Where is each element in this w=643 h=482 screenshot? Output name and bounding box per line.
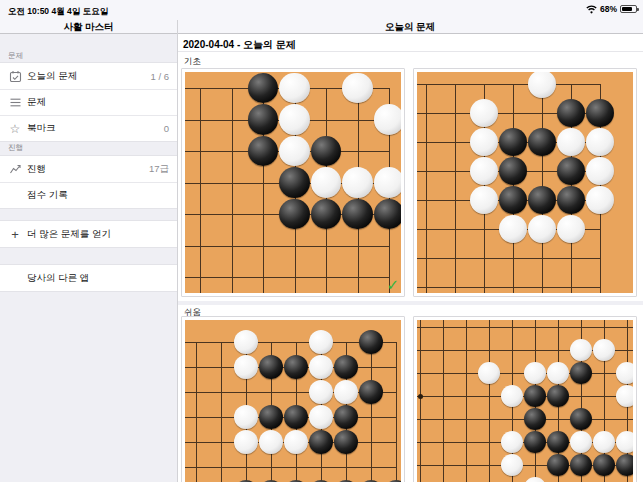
grid-line-v: [426, 84, 427, 293]
go-stone-white: [309, 380, 334, 405]
sidebar-item-todays-problems[interactable]: 오늘의 문제 1 / 6: [0, 63, 177, 89]
sidebar-group-problems: 오늘의 문제 1 / 6 문제 ☆ 북마크 0: [0, 62, 177, 142]
sidebar-item-label: 당사의 다른 앱: [27, 272, 89, 285]
go-stone-white: [586, 186, 614, 214]
go-stone-black: [547, 431, 570, 454]
go-stone-white: [309, 330, 334, 355]
go-stone-white: [570, 431, 593, 454]
go-board-basic-2[interactable]: [417, 72, 633, 293]
grid-line-v: [200, 88, 201, 293]
go-stone-white: [501, 431, 524, 454]
problem-card-easy-1[interactable]: [181, 316, 405, 482]
sidebar-item-label: 북마크: [27, 122, 56, 135]
hoshi-point: [418, 394, 423, 399]
sidebar-item-label: 오늘의 문제: [27, 70, 77, 83]
go-board-basic-1[interactable]: ✓: [185, 72, 401, 293]
sidebar-section-progress: 진행: [8, 143, 23, 153]
go-stone-white: [501, 454, 524, 477]
go-stone-white: [279, 73, 310, 104]
sidebar-item-label: 문제: [27, 96, 46, 109]
no-icon-spacer: [8, 272, 22, 285]
go-stone-black: [570, 408, 593, 431]
star-icon: ☆: [8, 122, 22, 135]
grid-line-v: [371, 342, 372, 482]
go-stone-white: [309, 405, 334, 430]
go-stone-white: [499, 215, 527, 243]
sidebar-item-progress[interactable]: 진행 17급: [0, 156, 177, 182]
go-stone-white: [279, 104, 310, 135]
sidebar-section-problems: 문제: [8, 51, 23, 61]
go-stone-black: [334, 355, 359, 380]
go-stone-black: [528, 128, 556, 156]
go-stone-black: [342, 199, 373, 230]
grid-line-v: [455, 84, 456, 293]
grid-line-h: [417, 327, 633, 328]
go-stone-black: [311, 199, 342, 230]
sidebar-item-score-history[interactable]: 점수 기록: [0, 182, 177, 208]
go-stone-white: [557, 215, 585, 243]
go-stone-white: [524, 477, 547, 482]
go-stone-white: [586, 157, 614, 185]
go-stone-black: [279, 199, 310, 230]
grid-line-v: [443, 320, 444, 482]
go-board-easy-2[interactable]: [417, 320, 633, 482]
go-stone-black: [499, 128, 527, 156]
sidebar-group-progress: 진행 17급 점수 기록: [0, 155, 177, 209]
go-stone-black: [547, 454, 570, 477]
go-stone-black: [334, 405, 359, 430]
grid-line-v: [196, 342, 197, 482]
go-stone-white: [524, 362, 547, 385]
go-stone-black: [279, 167, 310, 198]
go-stone-white: [470, 186, 498, 214]
go-stone-white: [342, 167, 373, 198]
go-stone-black: [359, 380, 384, 405]
go-stone-black: [374, 199, 401, 230]
go-stone-white: [616, 385, 633, 408]
go-stone-black: [334, 430, 359, 455]
status-time-date: 오전 10:50 4월 4일 토요일: [8, 6, 108, 18]
sidebar-item-label: 점수 기록: [27, 189, 68, 202]
app-screen: { "status_bar": { "time_date": "오전 10:50…: [0, 0, 643, 482]
go-stone-white: [470, 157, 498, 185]
go-stone-white: [259, 430, 284, 455]
go-stone-black: [547, 385, 570, 408]
go-stone-white: [557, 128, 585, 156]
go-stone-black: [259, 405, 284, 430]
problem-card-easy-2[interactable]: [413, 316, 637, 482]
grid-line-h: [185, 467, 397, 468]
grid-line-v: [221, 342, 222, 482]
grid-line-v: [232, 88, 233, 293]
list-icon: [8, 96, 22, 109]
go-stone-white: [593, 431, 616, 454]
chart-icon: [8, 163, 22, 176]
calendar-check-icon: [8, 70, 22, 83]
sidebar-group-more: + 더 많은 문제를 얻기: [0, 220, 177, 248]
go-stone-black: [499, 157, 527, 185]
go-stone-black: [248, 136, 279, 167]
go-stone-white: [311, 167, 342, 198]
sidebar-item-label: 진행: [27, 163, 46, 176]
date-header-bar: 2020-04-04 - 오늘의 문제: [178, 34, 643, 52]
sidebar-item-label: 더 많은 문제를 얻기: [27, 228, 111, 241]
date-header: 2020-04-04 - 오늘의 문제: [183, 38, 296, 52]
grid-line-h: [185, 277, 390, 278]
grid-line-h: [417, 84, 601, 85]
go-stone-white: [616, 431, 633, 454]
go-stone-black: [284, 405, 309, 430]
go-stone-black: [359, 330, 384, 355]
go-stone-black: [570, 362, 593, 385]
go-stone-white: [501, 385, 524, 408]
go-stone-white: [279, 136, 310, 167]
go-stone-white: [616, 362, 633, 385]
go-stone-white: [334, 380, 359, 405]
go-stone-white: [342, 73, 373, 104]
go-stone-white: [528, 215, 556, 243]
go-stone-black: [557, 99, 585, 127]
go-stone-white: [374, 167, 401, 198]
go-board-easy-1[interactable]: [185, 320, 401, 482]
go-stone-white: [284, 430, 309, 455]
problem-card-basic-2[interactable]: [413, 68, 637, 297]
wifi-icon: [586, 5, 597, 14]
plus-icon: +: [8, 228, 22, 241]
battery-percent: 68%: [600, 4, 617, 14]
go-stone-black: [557, 186, 585, 214]
go-stone-white: [309, 355, 334, 380]
go-stone-white: [234, 355, 259, 380]
go-stone-black: [524, 408, 547, 431]
page-title: 오늘의 문제: [177, 21, 643, 34]
go-stone-black: [259, 355, 284, 380]
no-icon-spacer: [8, 189, 22, 202]
go-stone-black: [593, 454, 616, 477]
go-stone-black: [586, 99, 614, 127]
section-basic: 기초 ✓: [178, 52, 643, 301]
go-stone-black: [284, 355, 309, 380]
sidebar-group-other-apps: 당사의 다른 앱: [0, 264, 177, 292]
go-stone-white: [470, 128, 498, 156]
go-stone-black: [524, 385, 547, 408]
grid-line-v: [396, 342, 397, 482]
solved-checkmark-icon: ✓: [386, 276, 399, 293]
status-bar: 오전 10:50 4월 4일 토요일 68%: [0, 0, 643, 20]
sidebar-item-get-more-problems[interactable]: + 더 많은 문제를 얻기: [0, 221, 177, 247]
grid-line-h: [185, 246, 390, 247]
go-stone-white: [547, 362, 570, 385]
sidebar-item-count: 0: [164, 123, 169, 134]
navigation-bar: 사활 마스터 오늘의 문제: [0, 20, 643, 34]
go-stone-white: [593, 339, 616, 362]
go-stone-black: [570, 454, 593, 477]
go-stone-white: [470, 99, 498, 127]
grid-line-h: [417, 287, 601, 288]
grid-line-h: [417, 258, 601, 259]
go-stone-white: [586, 128, 614, 156]
section-basic-label: 기초: [184, 56, 201, 68]
go-stone-white: [570, 339, 593, 362]
go-stone-black: [311, 136, 342, 167]
go-stone-white: [528, 72, 556, 98]
section-easy: 쉬움: [178, 305, 643, 482]
go-stone-black: [528, 186, 556, 214]
go-stone-white: [374, 104, 401, 135]
problem-card-basic-1[interactable]: ✓: [181, 68, 405, 297]
sidebar-item-rank: 17급: [149, 163, 169, 176]
sidebar-title: 사활 마스터: [0, 21, 177, 34]
grid-line-v: [466, 320, 467, 482]
battery-icon: [620, 5, 637, 13]
go-stone-black: [248, 104, 279, 135]
go-stone-black: [499, 186, 527, 214]
go-stone-black: [557, 157, 585, 185]
go-stone-white: [234, 405, 259, 430]
go-stone-black: [616, 454, 633, 477]
go-stone-white: [234, 330, 259, 355]
go-stone-black: [248, 73, 279, 104]
sidebar-item-problems[interactable]: 문제: [0, 89, 177, 115]
sidebar-item-other-apps[interactable]: 당사의 다른 앱: [0, 265, 177, 291]
go-stone-white: [234, 430, 259, 455]
sidebar-item-bookmarks[interactable]: ☆ 북마크 0: [0, 115, 177, 141]
grid-line-v: [420, 320, 421, 482]
go-stone-black: [524, 431, 547, 454]
sidebar-item-count: 1 / 6: [151, 71, 170, 82]
go-stone-white: [478, 362, 501, 385]
grid-line-v: [489, 320, 490, 482]
go-stone-black: [309, 430, 334, 455]
